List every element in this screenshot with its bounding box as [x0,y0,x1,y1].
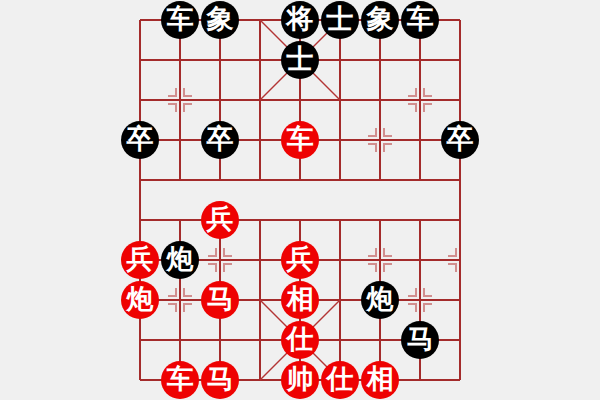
xiangqi-board-screen: 车象将士象车士卒卒车卒兵兵炮兵炮马相炮仕马车马帅仕相 [0,0,600,400]
piece-black-cannon[interactable]: 炮 [161,241,199,279]
piece-red-advisor[interactable]: 仕 [321,361,359,399]
piece-red-elephant[interactable]: 相 [281,281,319,319]
piece-red-soldier[interactable]: 兵 [201,201,239,239]
piece-red-elephant[interactable]: 相 [361,361,399,399]
piece-red-soldier[interactable]: 兵 [281,241,319,279]
piece-red-horse[interactable]: 马 [201,361,239,399]
piece-black-general[interactable]: 将 [281,1,319,39]
piece-black-advisor[interactable]: 士 [281,41,319,79]
piece-black-cannon[interactable]: 炮 [361,281,399,319]
piece-black-elephant[interactable]: 象 [361,1,399,39]
piece-black-soldier[interactable]: 卒 [201,121,239,159]
piece-red-horse[interactable]: 马 [201,281,239,319]
piece-red-advisor[interactable]: 仕 [281,321,319,359]
piece-red-chariot[interactable]: 车 [161,361,199,399]
piece-red-soldier[interactable]: 兵 [121,241,159,279]
xiangqi-board[interactable]: 车象将士象车士卒卒车卒兵兵炮兵炮马相炮仕马车马帅仕相 [120,0,480,400]
piece-red-chariot[interactable]: 车 [281,121,319,159]
piece-black-horse[interactable]: 马 [401,321,439,359]
piece-red-cannon[interactable]: 炮 [121,281,159,319]
piece-black-soldier[interactable]: 卒 [121,121,159,159]
piece-black-chariot[interactable]: 车 [401,1,439,39]
piece-black-elephant[interactable]: 象 [201,1,239,39]
piece-red-general[interactable]: 帅 [281,361,319,399]
piece-black-advisor[interactable]: 士 [321,1,359,39]
piece-black-soldier[interactable]: 卒 [441,121,479,159]
piece-black-chariot[interactable]: 车 [161,1,199,39]
